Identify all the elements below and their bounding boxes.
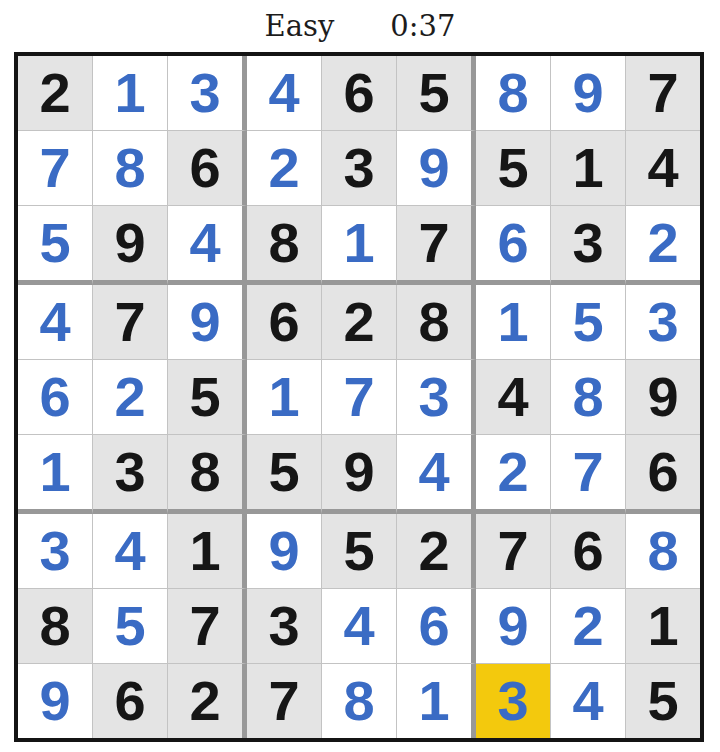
cell-r7c5[interactable]: 5 [322,514,397,589]
cell-r9c2[interactable]: 6 [93,664,168,738]
timer: 0:37 [390,9,455,43]
cell-r3c9[interactable]: 2 [626,206,700,285]
cell-r8c7[interactable]: 9 [476,589,551,664]
cell-r7c1[interactable]: 3 [18,514,93,589]
header: Easy 0:37 [0,0,720,52]
cell-r6c8[interactable]: 7 [551,435,626,514]
cell-r6c2[interactable]: 3 [93,435,168,514]
cell-r7c3[interactable]: 1 [168,514,247,589]
cell-r4c6[interactable]: 8 [397,285,476,360]
cell-r9c3[interactable]: 2 [168,664,247,738]
cell-r1c3[interactable]: 3 [168,56,247,131]
cell-r9c9[interactable]: 5 [626,664,700,738]
cell-r9c4[interactable]: 7 [247,664,322,738]
cell-r8c5[interactable]: 4 [322,589,397,664]
cell-r1c1[interactable]: 2 [18,56,93,131]
cell-r8c4[interactable]: 3 [247,589,322,664]
cell-r8c8[interactable]: 2 [551,589,626,664]
cell-r6c6[interactable]: 4 [397,435,476,514]
cell-r2c6[interactable]: 9 [397,131,476,206]
difficulty-label: Easy [265,9,335,43]
cell-r5c4[interactable]: 1 [247,360,322,435]
cell-r6c4[interactable]: 5 [247,435,322,514]
cell-r6c3[interactable]: 8 [168,435,247,514]
cell-r2c5[interactable]: 3 [322,131,397,206]
cell-r9c1[interactable]: 9 [18,664,93,738]
cell-r2c2[interactable]: 8 [93,131,168,206]
cell-r7c6[interactable]: 2 [397,514,476,589]
cell-r5c9[interactable]: 9 [626,360,700,435]
cell-r7c7[interactable]: 7 [476,514,551,589]
cell-r8c9[interactable]: 1 [626,589,700,664]
cell-r7c4[interactable]: 9 [247,514,322,589]
cell-r9c7[interactable]: 3 [476,664,551,738]
cell-r5c2[interactable]: 2 [93,360,168,435]
cell-r5c8[interactable]: 8 [551,360,626,435]
cell-r1c2[interactable]: 1 [93,56,168,131]
cell-r5c7[interactable]: 4 [476,360,551,435]
cell-r5c1[interactable]: 6 [18,360,93,435]
cell-r2c9[interactable]: 4 [626,131,700,206]
cell-r1c9[interactable]: 7 [626,56,700,131]
cell-r3c2[interactable]: 9 [93,206,168,285]
cell-r9c5[interactable]: 8 [322,664,397,738]
cell-r1c6[interactable]: 5 [397,56,476,131]
cell-r2c1[interactable]: 7 [18,131,93,206]
cell-r8c3[interactable]: 7 [168,589,247,664]
cell-r5c3[interactable]: 5 [168,360,247,435]
cell-r7c2[interactable]: 4 [93,514,168,589]
cell-r2c4[interactable]: 2 [247,131,322,206]
cell-r5c6[interactable]: 3 [397,360,476,435]
cell-r9c8[interactable]: 4 [551,664,626,738]
cell-r4c4[interactable]: 6 [247,285,322,360]
cell-r6c9[interactable]: 6 [626,435,700,514]
cell-r3c1[interactable]: 5 [18,206,93,285]
cell-r4c5[interactable]: 2 [322,285,397,360]
cell-r3c6[interactable]: 7 [397,206,476,285]
cell-r6c5[interactable]: 9 [322,435,397,514]
cell-r4c7[interactable]: 1 [476,285,551,360]
cell-r1c4[interactable]: 4 [247,56,322,131]
cell-r2c3[interactable]: 6 [168,131,247,206]
cell-r8c1[interactable]: 8 [18,589,93,664]
cell-r7c9[interactable]: 8 [626,514,700,589]
cell-r4c9[interactable]: 3 [626,285,700,360]
cell-r3c7[interactable]: 6 [476,206,551,285]
cell-r3c4[interactable]: 8 [247,206,322,285]
cell-r2c8[interactable]: 1 [551,131,626,206]
cell-r6c7[interactable]: 2 [476,435,551,514]
cell-r1c8[interactable]: 9 [551,56,626,131]
cell-r4c2[interactable]: 7 [93,285,168,360]
cell-r4c8[interactable]: 5 [551,285,626,360]
sudoku-board: 2134658977862395145948176324796281536251… [14,52,704,742]
cell-r1c5[interactable]: 6 [322,56,397,131]
cell-r4c3[interactable]: 9 [168,285,247,360]
cell-r1c7[interactable]: 8 [476,56,551,131]
cell-r9c6[interactable]: 1 [397,664,476,738]
cell-r7c8[interactable]: 6 [551,514,626,589]
cell-r5c5[interactable]: 7 [322,360,397,435]
cell-r6c1[interactable]: 1 [18,435,93,514]
cell-r3c8[interactable]: 3 [551,206,626,285]
cell-r2c7[interactable]: 5 [476,131,551,206]
cell-r8c6[interactable]: 6 [397,589,476,664]
cell-r4c1[interactable]: 4 [18,285,93,360]
cell-r3c3[interactable]: 4 [168,206,247,285]
cell-r3c5[interactable]: 1 [322,206,397,285]
cell-r8c2[interactable]: 5 [93,589,168,664]
